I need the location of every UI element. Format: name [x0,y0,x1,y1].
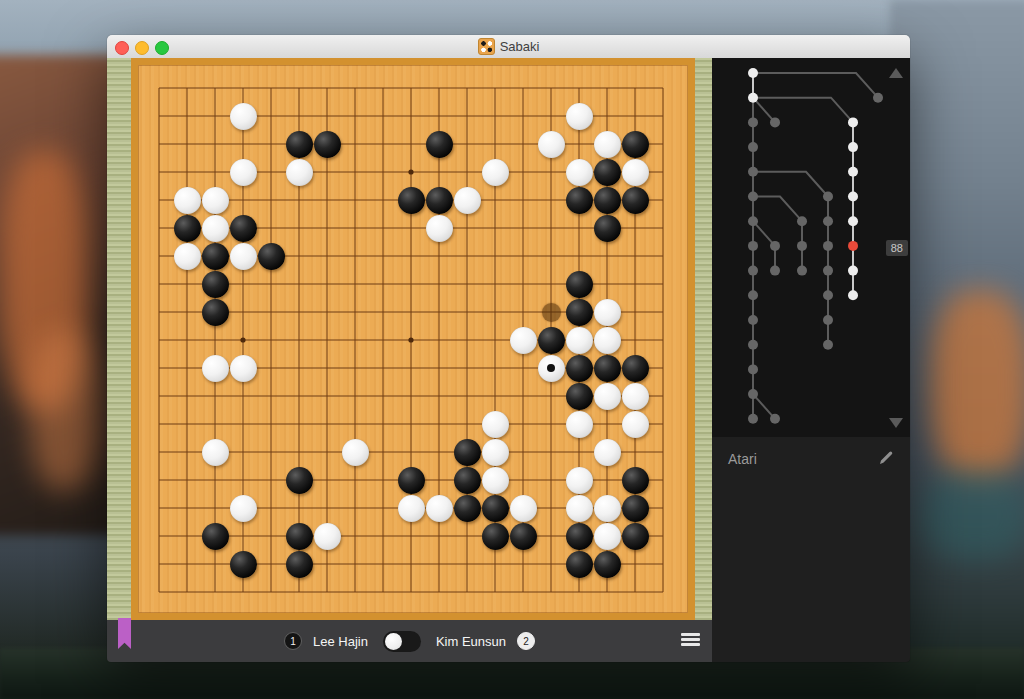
stone-black [202,243,229,270]
stone-black [482,523,509,550]
stone-white [398,495,425,522]
stone-black [258,243,285,270]
board-pane [107,58,712,620]
window-title: Sabaki [500,39,540,54]
stone-black [566,355,593,382]
stone-white [566,327,593,354]
stone-black [594,215,621,242]
stone-white [594,131,621,158]
sidebar: 88 Atari [712,58,910,662]
goban[interactable] [131,58,695,620]
tatami-right [693,58,714,620]
stone-black [286,523,313,550]
scroll-down-icon[interactable] [889,418,903,428]
stone-white [510,327,537,354]
stone-black [566,187,593,214]
white-player-badge: 2 [517,632,535,650]
stone-white [174,243,201,270]
stone-black [454,439,481,466]
title-bar[interactable]: Sabaki [107,35,910,59]
stone-black [622,523,649,550]
comment-panel[interactable]: Atari [712,437,910,662]
stone-white [454,187,481,214]
stone-black [482,495,509,522]
stone-white [510,495,537,522]
stone-white [482,159,509,186]
stone-black [230,215,257,242]
stone-black [594,551,621,578]
wallpaper-glow [30,330,100,490]
stone-white [538,355,565,382]
stone-white [594,439,621,466]
stone-black [594,159,621,186]
stone-white [342,439,369,466]
stone-white [230,159,257,186]
current-move-badge: 88 [886,240,908,256]
black-player-badge: 1 [284,632,302,650]
stone-white [566,495,593,522]
stone-black [398,187,425,214]
stone-white [594,327,621,354]
stone-white [202,355,229,382]
stone-black [622,467,649,494]
stone-white [538,131,565,158]
stone-black [454,467,481,494]
black-player-name: Lee Hajin [313,634,368,649]
stone-black [202,299,229,326]
stone-white [594,383,621,410]
stone-white [202,439,229,466]
stone-black [566,271,593,298]
stone-white [594,495,621,522]
stone-black [594,355,621,382]
turn-toggle-knob [385,633,402,650]
game-tree-graph [712,58,910,437]
stone-white [230,495,257,522]
stone-white [622,383,649,410]
scroll-up-icon[interactable] [889,68,903,78]
stone-white [314,523,341,550]
stone-black [622,131,649,158]
stone-black [286,551,313,578]
stone-black [174,215,201,242]
stone-black [398,467,425,494]
stone-white [566,103,593,130]
stone-black [566,523,593,550]
stone-white [594,299,621,326]
stone-white [482,467,509,494]
stone-black [230,551,257,578]
stone-black [314,131,341,158]
stone-black [622,187,649,214]
stone-black [566,551,593,578]
stone-white [482,439,509,466]
stone-white [566,159,593,186]
stone-white [566,467,593,494]
turn-toggle[interactable] [383,631,421,652]
variation-ghost-stone[interactable] [542,303,561,322]
stone-white [230,355,257,382]
white-player-name: Kim Eunsun [436,634,506,649]
stone-black [622,495,649,522]
stone-white [230,103,257,130]
stone-white [622,411,649,438]
sabaki-window: Sabaki 1 Lee Hajin Kim Eunsun 2 [107,35,910,662]
stone-black [202,271,229,298]
stone-white [230,243,257,270]
menu-icon[interactable] [681,633,700,648]
stone-white [566,411,593,438]
stone-white [482,411,509,438]
tatami-left [107,58,133,620]
stone-white [594,523,621,550]
stone-black [594,187,621,214]
desktop: Sabaki 1 Lee Hajin Kim Eunsun 2 [0,0,1024,699]
stone-black [454,495,481,522]
stone-black [510,523,537,550]
stone-black [566,299,593,326]
stone-black [286,131,313,158]
sabaki-app-icon [478,38,495,55]
stone-black [566,383,593,410]
stone-white [286,159,313,186]
stone-white [174,187,201,214]
stone-white [202,187,229,214]
stone-white [426,215,453,242]
comment-text: Atari [728,451,757,467]
edit-pencil-icon[interactable] [878,450,894,466]
stone-black [202,523,229,550]
stone-white [202,215,229,242]
stone-white [622,159,649,186]
stone-black [538,327,565,354]
stone-black [622,355,649,382]
stone-black [426,131,453,158]
wallpaper-water [920,470,1024,560]
game-tree[interactable]: 88 [712,58,910,437]
stone-black [286,467,313,494]
wallpaper-glow [930,290,1024,480]
last-move-marker [547,364,555,372]
stone-black [426,187,453,214]
player-bar: 1 Lee Hajin Kim Eunsun 2 [107,620,712,662]
stone-white [426,495,453,522]
